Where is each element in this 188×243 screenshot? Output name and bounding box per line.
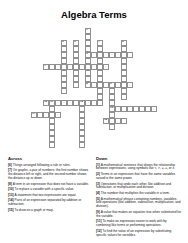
clue-number-label: 14	[32, 113, 35, 116]
clue-item: [5] A mathematical phrase containing num…	[96, 198, 182, 210]
clue-number: [12]	[96, 229, 103, 233]
clue-number-label: 3	[74, 41, 75, 44]
clue-item: [14] Parts of an expression separated by…	[8, 199, 90, 207]
clue-number-label: 12	[80, 101, 83, 104]
grid-cell[interactable]	[61, 88, 67, 94]
grid-cell[interactable]	[73, 82, 79, 88]
clue-item: [7] On graphs, a pair of numbers: the fi…	[8, 169, 90, 181]
clue-item: [6] Things arranged following a rule or …	[8, 164, 90, 168]
clue-number: [9]	[96, 210, 101, 214]
clue-item: [10] To replace a variable with a specif…	[8, 188, 90, 192]
clue-number: [5]	[96, 197, 101, 201]
clue-number-label: 8	[86, 83, 87, 86]
clue-number: [13]	[8, 193, 15, 197]
clue-item: [13] A statement that two expressions ar…	[8, 194, 90, 198]
grid-cell[interactable]	[55, 112, 61, 118]
grid-cell[interactable]	[127, 82, 133, 88]
across-header: Across	[8, 156, 90, 161]
clue-number-label: 10	[44, 101, 47, 104]
clue-number-label: 11	[50, 101, 53, 104]
grid-cell[interactable]	[109, 124, 115, 130]
grid-cell[interactable]	[97, 100, 103, 106]
clue-number-label: 1	[86, 29, 87, 32]
clue-number-label: 7	[44, 65, 45, 68]
grid-cell[interactable]	[127, 52, 133, 58]
grid-cell[interactable]	[79, 142, 85, 148]
clue-number: [7]	[8, 168, 13, 172]
clue-number: [14]	[8, 198, 15, 202]
clue-item: [8] A term in an expression that does no…	[8, 183, 90, 187]
crossword-grid: 123456789101112131415	[31, 28, 157, 148]
grid-cell[interactable]	[121, 94, 127, 100]
clue-number: [8]	[8, 182, 13, 186]
clue-item: [9] A value that makes an equation true …	[96, 211, 182, 219]
clue-number-label: 15	[104, 119, 107, 122]
clue-number: [4]	[96, 191, 101, 195]
grid-cell[interactable]	[121, 118, 127, 124]
clue-item: [1] A mathematical sentence that shows t…	[96, 164, 182, 172]
clue-number: [15]	[8, 208, 15, 212]
across-clues-column: Across [6] Things arranged following a r…	[8, 156, 90, 215]
clue-number: [1]	[96, 163, 101, 167]
down-header: Down	[96, 156, 182, 161]
clue-item: [4] The number that multiplies the varia…	[96, 192, 182, 196]
clue-number-label: 9	[110, 83, 111, 86]
grid-cell[interactable]	[49, 142, 55, 148]
clue-number: [6]	[8, 163, 13, 167]
clue-number: [2]	[96, 172, 101, 176]
clue-number-label: 2	[62, 41, 63, 44]
puzzle-title: Algebra Terms	[0, 9, 188, 20]
grid-cell[interactable]	[151, 106, 157, 112]
clue-item: [2] Terms in an expression that have the…	[96, 173, 182, 181]
clue-number: [10]	[8, 187, 15, 191]
clue-number-label: 6	[86, 53, 87, 56]
clue-number: [3]	[96, 182, 101, 186]
grid-cell[interactable]	[103, 64, 109, 70]
down-clues-column: Down [1] A mathematical sentence that sh…	[96, 156, 182, 239]
clue-number-label: 13	[110, 107, 113, 110]
clue-item: [12] To find the value of an expression …	[96, 230, 182, 238]
clue-item: [3] Operations that undo each other, lik…	[96, 183, 182, 191]
clue-number-label: 4	[98, 41, 99, 44]
clue-number: [11]	[96, 219, 102, 223]
clue-item: [15] To draw on a graph or map.	[8, 209, 90, 213]
clue-number-label: 5	[122, 41, 123, 44]
clue-item: [11] To make an expression easier to wor…	[96, 220, 182, 228]
